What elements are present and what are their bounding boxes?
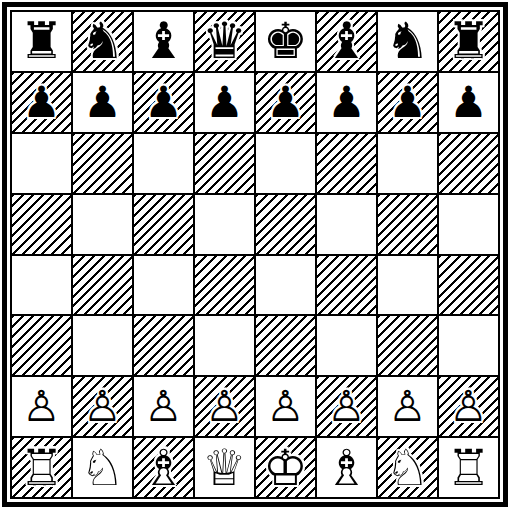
white-king-glyph: ♔ xyxy=(256,438,315,497)
chess-diagram-page: ♜♜♞♞♝♝♛♛♚♚♝♝♞♞♜♜♟♟♟♟♟♟♟♟♟♟♟♟♟♟♟♟♟♙♟♙♟♙♟♙… xyxy=(0,0,510,509)
square-f7[interactable]: ♟♟ xyxy=(317,73,376,132)
black-queen-glyph: ♛ xyxy=(195,12,254,71)
square-h5[interactable] xyxy=(439,195,498,254)
black-pawn-glyph: ♟ xyxy=(256,73,315,132)
square-b1[interactable]: ♞♘ xyxy=(73,438,132,497)
square-b2[interactable]: ♟♙ xyxy=(73,377,132,436)
black-bishop-piece: ♝♝ xyxy=(134,12,193,71)
black-pawn-piece: ♟♟ xyxy=(378,73,437,132)
black-rook-piece: ♜♜ xyxy=(439,12,498,71)
white-knight-glyph: ♘ xyxy=(73,438,132,497)
square-c7[interactable]: ♟♟ xyxy=(134,73,193,132)
square-h6[interactable] xyxy=(439,134,498,193)
white-pawn-piece: ♟♙ xyxy=(12,377,71,436)
black-pawn-piece: ♟♟ xyxy=(439,73,498,132)
black-pawn-glyph: ♟ xyxy=(12,73,71,132)
white-pawn-piece: ♟♙ xyxy=(73,377,132,436)
black-knight-glyph: ♞ xyxy=(378,12,437,71)
white-pawn-glyph: ♙ xyxy=(439,377,498,436)
square-e4[interactable] xyxy=(256,256,315,315)
square-f2[interactable]: ♟♙ xyxy=(317,377,376,436)
black-pawn-piece: ♟♟ xyxy=(73,73,132,132)
white-knight-piece: ♞♘ xyxy=(378,438,437,497)
square-b7[interactable]: ♟♟ xyxy=(73,73,132,132)
white-rook-piece: ♜♖ xyxy=(439,438,498,497)
square-e2[interactable]: ♟♙ xyxy=(256,377,315,436)
square-g1[interactable]: ♞♘ xyxy=(378,438,437,497)
white-pawn-glyph: ♙ xyxy=(73,377,132,436)
square-h1[interactable]: ♜♖ xyxy=(439,438,498,497)
square-g5[interactable] xyxy=(378,195,437,254)
white-pawn-glyph: ♙ xyxy=(317,377,376,436)
square-g8[interactable]: ♞♞ xyxy=(378,12,437,71)
square-b8[interactable]: ♞♞ xyxy=(73,12,132,71)
black-pawn-piece: ♟♟ xyxy=(12,73,71,132)
black-pawn-glyph: ♟ xyxy=(317,73,376,132)
square-e3[interactable] xyxy=(256,316,315,375)
black-pawn-piece: ♟♟ xyxy=(195,73,254,132)
square-a5[interactable] xyxy=(12,195,71,254)
square-c5[interactable] xyxy=(134,195,193,254)
white-rook-glyph: ♖ xyxy=(439,438,498,497)
black-knight-piece: ♞♞ xyxy=(378,12,437,71)
black-king-glyph: ♚ xyxy=(256,12,315,71)
square-c3[interactable] xyxy=(134,316,193,375)
square-b6[interactable] xyxy=(73,134,132,193)
square-d5[interactable] xyxy=(195,195,254,254)
white-pawn-piece: ♟♙ xyxy=(195,377,254,436)
square-d3[interactable] xyxy=(195,316,254,375)
square-d6[interactable] xyxy=(195,134,254,193)
square-e6[interactable] xyxy=(256,134,315,193)
square-a8[interactable]: ♜♜ xyxy=(12,12,71,71)
square-a1[interactable]: ♜♖ xyxy=(12,438,71,497)
black-rook-piece: ♜♜ xyxy=(12,12,71,71)
black-pawn-glyph: ♟ xyxy=(73,73,132,132)
board-grid: ♜♜♞♞♝♝♛♛♚♚♝♝♞♞♜♜♟♟♟♟♟♟♟♟♟♟♟♟♟♟♟♟♟♙♟♙♟♙♟♙… xyxy=(12,12,498,497)
black-rook-glyph: ♜ xyxy=(12,12,71,71)
white-pawn-piece: ♟♙ xyxy=(256,377,315,436)
square-c2[interactable]: ♟♙ xyxy=(134,377,193,436)
square-a3[interactable] xyxy=(12,316,71,375)
square-e5[interactable] xyxy=(256,195,315,254)
square-h4[interactable] xyxy=(439,256,498,315)
square-g6[interactable] xyxy=(378,134,437,193)
square-g7[interactable]: ♟♟ xyxy=(378,73,437,132)
white-pawn-piece: ♟♙ xyxy=(317,377,376,436)
black-queen-piece: ♛♛ xyxy=(195,12,254,71)
black-pawn-piece: ♟♟ xyxy=(317,73,376,132)
white-pawn-glyph: ♙ xyxy=(378,377,437,436)
square-c6[interactable] xyxy=(134,134,193,193)
black-pawn-glyph: ♟ xyxy=(439,73,498,132)
black-bishop-glyph: ♝ xyxy=(134,12,193,71)
black-bishop-glyph: ♝ xyxy=(317,12,376,71)
square-e1[interactable]: ♚♔ xyxy=(256,438,315,497)
square-c1[interactable]: ♝♗ xyxy=(134,438,193,497)
white-bishop-piece: ♝♗ xyxy=(134,438,193,497)
square-a4[interactable] xyxy=(12,256,71,315)
square-f4[interactable] xyxy=(317,256,376,315)
square-e8[interactable]: ♚♚ xyxy=(256,12,315,71)
square-f5[interactable] xyxy=(317,195,376,254)
white-pawn-piece: ♟♙ xyxy=(378,377,437,436)
white-knight-glyph: ♘ xyxy=(378,438,437,497)
white-queen-piece: ♛♕ xyxy=(195,438,254,497)
square-h3[interactable] xyxy=(439,316,498,375)
square-h7[interactable]: ♟♟ xyxy=(439,73,498,132)
black-pawn-piece: ♟♟ xyxy=(256,73,315,132)
white-pawn-glyph: ♙ xyxy=(195,377,254,436)
square-g3[interactable] xyxy=(378,316,437,375)
white-pawn-piece: ♟♙ xyxy=(134,377,193,436)
white-bishop-glyph: ♗ xyxy=(134,438,193,497)
board-frame: ♜♜♞♞♝♝♛♛♚♚♝♝♞♞♜♜♟♟♟♟♟♟♟♟♟♟♟♟♟♟♟♟♟♙♟♙♟♙♟♙… xyxy=(2,2,508,507)
square-h2[interactable]: ♟♙ xyxy=(439,377,498,436)
square-a2[interactable]: ♟♙ xyxy=(12,377,71,436)
black-rook-glyph: ♜ xyxy=(439,12,498,71)
white-bishop-piece: ♝♗ xyxy=(317,438,376,497)
black-pawn-glyph: ♟ xyxy=(134,73,193,132)
square-d4[interactable] xyxy=(195,256,254,315)
white-knight-piece: ♞♘ xyxy=(73,438,132,497)
white-pawn-glyph: ♙ xyxy=(12,377,71,436)
square-a6[interactable] xyxy=(12,134,71,193)
square-d8[interactable]: ♛♛ xyxy=(195,12,254,71)
black-pawn-piece: ♟♟ xyxy=(134,73,193,132)
square-f6[interactable] xyxy=(317,134,376,193)
square-e7[interactable]: ♟♟ xyxy=(256,73,315,132)
white-rook-piece: ♜♖ xyxy=(12,438,71,497)
black-king-piece: ♚♚ xyxy=(256,12,315,71)
white-pawn-glyph: ♙ xyxy=(134,377,193,436)
board-inner-border: ♜♜♞♞♝♝♛♛♚♚♝♝♞♞♜♜♟♟♟♟♟♟♟♟♟♟♟♟♟♟♟♟♟♙♟♙♟♙♟♙… xyxy=(10,10,500,499)
square-d2[interactable]: ♟♙ xyxy=(195,377,254,436)
square-g4[interactable] xyxy=(378,256,437,315)
square-b3[interactable] xyxy=(73,316,132,375)
square-f1[interactable]: ♝♗ xyxy=(317,438,376,497)
black-knight-piece: ♞♞ xyxy=(73,12,132,71)
square-d7[interactable]: ♟♟ xyxy=(195,73,254,132)
black-pawn-glyph: ♟ xyxy=(378,73,437,132)
square-c4[interactable] xyxy=(134,256,193,315)
white-rook-glyph: ♖ xyxy=(12,438,71,497)
square-b4[interactable] xyxy=(73,256,132,315)
square-h8[interactable]: ♜♜ xyxy=(439,12,498,71)
black-bishop-piece: ♝♝ xyxy=(317,12,376,71)
white-queen-glyph: ♕ xyxy=(195,438,254,497)
square-a7[interactable]: ♟♟ xyxy=(12,73,71,132)
square-f3[interactable] xyxy=(317,316,376,375)
square-d1[interactable]: ♛♕ xyxy=(195,438,254,497)
white-king-piece: ♚♔ xyxy=(256,438,315,497)
white-pawn-piece: ♟♙ xyxy=(439,377,498,436)
square-f8[interactable]: ♝♝ xyxy=(317,12,376,71)
black-pawn-glyph: ♟ xyxy=(195,73,254,132)
square-c8[interactable]: ♝♝ xyxy=(134,12,193,71)
white-bishop-glyph: ♗ xyxy=(317,438,376,497)
square-g2[interactable]: ♟♙ xyxy=(378,377,437,436)
black-knight-glyph: ♞ xyxy=(73,12,132,71)
white-pawn-glyph: ♙ xyxy=(256,377,315,436)
square-b5[interactable] xyxy=(73,195,132,254)
